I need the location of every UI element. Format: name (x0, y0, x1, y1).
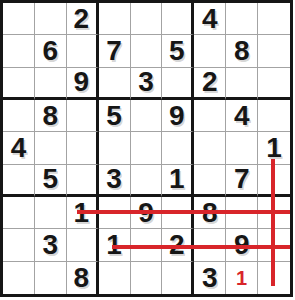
cell-r7c2[interactable] (35, 197, 67, 229)
cell-r9c7[interactable]: 3 (194, 262, 226, 294)
cell-r4c6[interactable]: 9 (162, 100, 194, 132)
cell-r1c3[interactable]: 2 (67, 3, 99, 35)
cell-r4c7[interactable] (194, 100, 226, 132)
cell-r5c2[interactable] (35, 132, 67, 164)
cell-r8c3[interactable] (67, 229, 99, 261)
cell-r2c9[interactable] (258, 35, 290, 67)
cell-r8c2[interactable]: 3 (35, 229, 67, 261)
row-7-annotation-line (77, 210, 290, 214)
cell-r5c5[interactable] (131, 132, 163, 164)
cell-r9c6[interactable] (162, 262, 194, 294)
cell-r7c1[interactable] (3, 197, 35, 229)
cell-r3c8[interactable] (226, 68, 258, 100)
cell-r2c8[interactable]: 8 (226, 35, 258, 67)
cell-r2c7[interactable] (194, 35, 226, 67)
cell-r3c4[interactable] (99, 68, 131, 100)
cell-r8c1[interactable] (3, 229, 35, 261)
cell-r9c3[interactable]: 8 (67, 262, 99, 294)
cell-r5c4[interactable] (99, 132, 131, 164)
cell-r6c6[interactable]: 1 (162, 165, 194, 197)
cell-r9c1[interactable] (3, 262, 35, 294)
cell-r6c7[interactable] (194, 165, 226, 197)
sudoku-board: 24675893285944153171983129831 (0, 0, 293, 297)
cell-r3c9[interactable] (258, 68, 290, 100)
cell-r9c8[interactable]: 1 (226, 262, 258, 294)
cell-r6c4[interactable]: 3 (99, 165, 131, 197)
cell-r6c8[interactable]: 7 (226, 165, 258, 197)
cell-r3c5[interactable]: 3 (131, 68, 163, 100)
row-8-annotation-line (112, 245, 290, 249)
cell-r1c8[interactable] (226, 3, 258, 35)
sudoku-screenshot: 24675893285944153171983129831 (0, 0, 295, 300)
cell-r1c4[interactable] (99, 3, 131, 35)
cell-r6c2[interactable]: 5 (35, 165, 67, 197)
cell-r4c3[interactable] (67, 100, 99, 132)
cell-r9c4[interactable] (99, 262, 131, 294)
cell-r2c6[interactable]: 5 (162, 35, 194, 67)
cell-r1c1[interactable] (3, 3, 35, 35)
cell-r2c4[interactable]: 7 (99, 35, 131, 67)
cell-r4c1[interactable] (3, 100, 35, 132)
cell-r9c2[interactable] (35, 262, 67, 294)
cell-r2c3[interactable] (67, 35, 99, 67)
cell-r3c2[interactable] (35, 68, 67, 100)
cell-r5c8[interactable] (226, 132, 258, 164)
cell-r3c1[interactable] (3, 68, 35, 100)
cell-r4c5[interactable] (131, 100, 163, 132)
cell-r1c2[interactable] (35, 3, 67, 35)
cell-r3c7[interactable]: 2 (194, 68, 226, 100)
cell-r6c1[interactable] (3, 165, 35, 197)
cell-r2c2[interactable]: 6 (35, 35, 67, 67)
cell-r1c7[interactable]: 4 (194, 3, 226, 35)
cell-r1c5[interactable] (131, 3, 163, 35)
cell-r6c3[interactable] (67, 165, 99, 197)
cell-r3c3[interactable]: 9 (67, 68, 99, 100)
cell-r5c3[interactable] (67, 132, 99, 164)
cell-r9c5[interactable] (131, 262, 163, 294)
cell-r5c6[interactable] (162, 132, 194, 164)
cell-r2c5[interactable] (131, 35, 163, 67)
cell-r2c1[interactable] (3, 35, 35, 67)
cell-r1c6[interactable] (162, 3, 194, 35)
cell-r5c1[interactable]: 4 (3, 132, 35, 164)
cell-r4c4[interactable]: 5 (99, 100, 131, 132)
cell-r6c5[interactable] (131, 165, 163, 197)
cell-r4c9[interactable] (258, 100, 290, 132)
cell-r4c2[interactable]: 8 (35, 100, 67, 132)
column-9-annotation-line (271, 159, 275, 286)
cell-r4c8[interactable]: 4 (226, 100, 258, 132)
cell-r5c7[interactable] (194, 132, 226, 164)
cell-r3c6[interactable] (162, 68, 194, 100)
cell-r1c9[interactable] (258, 3, 290, 35)
